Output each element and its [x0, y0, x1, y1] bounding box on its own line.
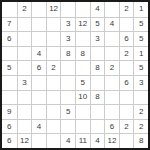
cell-r5c6-empty[interactable] — [75, 60, 90, 75]
cell-r7c1-empty[interactable] — [2, 90, 17, 105]
cell-r7c9-empty[interactable] — [119, 90, 134, 105]
cell-r10c6-clue-11: 11 — [75, 133, 90, 148]
cell-r1c5-empty[interactable] — [60, 2, 75, 17]
cell-r5c7-clue-8: 8 — [90, 60, 105, 75]
cell-r9c2-empty[interactable] — [17, 119, 32, 134]
cell-r9c4-empty[interactable] — [46, 119, 61, 134]
cell-r10c8-clue-12: 12 — [104, 133, 119, 148]
cell-r7c3-empty[interactable] — [31, 90, 46, 105]
cell-r10c3-empty[interactable] — [31, 133, 46, 148]
cell-r1c9-clue-2: 2 — [119, 2, 134, 17]
cell-r9c5-empty[interactable] — [60, 119, 75, 134]
cell-r10c5-clue-4: 4 — [60, 133, 75, 148]
cell-r10c1-clue-6: 6 — [2, 133, 17, 148]
cell-r9c1-clue-6: 6 — [2, 119, 17, 134]
cell-r1c7-clue-4: 4 — [90, 2, 105, 17]
cell-r3c7-clue-3: 3 — [90, 31, 105, 46]
cell-r1c6-empty[interactable] — [75, 2, 90, 17]
cell-r1c8-empty[interactable] — [104, 2, 119, 17]
cell-r1c4-clue-12: 12 — [46, 2, 61, 17]
cell-r4c9-clue-2: 2 — [119, 46, 134, 61]
puzzle-board: 2124217312545633654882156282535631089526… — [0, 0, 150, 150]
cell-r10c7-clue-4: 4 — [90, 133, 105, 148]
cell-r7c7-clue-8: 8 — [90, 90, 105, 105]
cell-r3c4-empty[interactable] — [46, 31, 61, 46]
cell-r10c9-empty[interactable] — [119, 133, 134, 148]
cell-r6c10-clue-3: 3 — [133, 75, 148, 90]
cell-r7c8-empty[interactable] — [104, 90, 119, 105]
cell-r2c9-empty[interactable] — [119, 17, 134, 32]
cell-r9c3-clue-4: 4 — [31, 119, 46, 134]
cell-r8c4-empty[interactable] — [46, 104, 61, 119]
cell-r6c4-empty[interactable] — [46, 75, 61, 90]
cell-r6c5-empty[interactable] — [60, 75, 75, 90]
cell-r6c9-clue-6: 6 — [119, 75, 134, 90]
cell-r6c8-empty[interactable] — [104, 75, 119, 90]
cell-r4c7-empty[interactable] — [90, 46, 105, 61]
cell-r6c7-empty[interactable] — [90, 75, 105, 90]
cell-r6c2-clue-3: 3 — [17, 75, 32, 90]
cell-r3c3-empty[interactable] — [31, 31, 46, 46]
cell-r7c2-empty[interactable] — [17, 90, 32, 105]
cell-r5c3-clue-6: 6 — [31, 60, 46, 75]
cell-r4c10-clue-1: 1 — [133, 46, 148, 61]
cell-r4c4-empty[interactable] — [46, 46, 61, 61]
cell-r7c6-clue-10: 10 — [75, 90, 90, 105]
cell-r3c5-clue-3: 3 — [60, 31, 75, 46]
cell-r8c10-clue-2: 2 — [133, 104, 148, 119]
cell-r6c6-clue-5: 5 — [75, 75, 90, 90]
cell-r2c4-empty[interactable] — [46, 17, 61, 32]
cell-r6c1-empty[interactable] — [2, 75, 17, 90]
cell-r3c6-empty[interactable] — [75, 31, 90, 46]
cell-r1c3-empty[interactable] — [31, 2, 46, 17]
cell-r10c10-clue-8: 8 — [133, 133, 148, 148]
cell-r6c3-empty[interactable] — [31, 75, 46, 90]
cell-r5c2-empty[interactable] — [17, 60, 32, 75]
cell-r4c3-clue-4: 4 — [31, 46, 46, 61]
cell-r2c2-empty[interactable] — [17, 17, 32, 32]
cell-r7c5-empty[interactable] — [60, 90, 75, 105]
cell-r9c10-clue-2: 2 — [133, 119, 148, 134]
cell-r2c7-clue-5: 5 — [90, 17, 105, 32]
cell-r2c3-empty[interactable] — [31, 17, 46, 32]
cell-r8c8-empty[interactable] — [104, 104, 119, 119]
cell-r2c1-clue-7: 7 — [2, 17, 17, 32]
cell-r8c2-empty[interactable] — [17, 104, 32, 119]
cell-r3c8-empty[interactable] — [104, 31, 119, 46]
cell-r9c7-empty[interactable] — [90, 119, 105, 134]
cell-r1c1-empty[interactable] — [2, 2, 17, 17]
cell-r8c6-empty[interactable] — [75, 104, 90, 119]
cell-r10c4-empty[interactable] — [46, 133, 61, 148]
cell-r3c9-clue-6: 6 — [119, 31, 134, 46]
cell-r2c5-clue-3: 3 — [60, 17, 75, 32]
cell-r8c3-empty[interactable] — [31, 104, 46, 119]
cell-r3c2-empty[interactable] — [17, 31, 32, 46]
cell-r4c5-clue-8: 8 — [60, 46, 75, 61]
cell-r5c9-empty[interactable] — [119, 60, 134, 75]
cell-r8c1-clue-9: 9 — [2, 104, 17, 119]
cell-r9c8-clue-6: 6 — [104, 119, 119, 134]
cell-r5c4-clue-2: 2 — [46, 60, 61, 75]
cell-r3c10-clue-5: 5 — [133, 31, 148, 46]
cell-r10c2-clue-12: 12 — [17, 133, 32, 148]
cell-r4c8-empty[interactable] — [104, 46, 119, 61]
cell-r4c2-empty[interactable] — [17, 46, 32, 61]
cell-r5c10-clue-5: 5 — [133, 60, 148, 75]
cell-r4c1-empty[interactable] — [2, 46, 17, 61]
cell-r8c5-clue-5: 5 — [60, 104, 75, 119]
cell-r8c7-empty[interactable] — [90, 104, 105, 119]
cell-r7c4-empty[interactable] — [46, 90, 61, 105]
cell-r5c8-clue-2: 2 — [104, 60, 119, 75]
cell-r7c10-empty[interactable] — [133, 90, 148, 105]
cell-r1c2-clue-2: 2 — [17, 2, 32, 17]
cell-r1c10-clue-1: 1 — [133, 2, 148, 17]
cell-r4c6-clue-8: 8 — [75, 46, 90, 61]
cell-r2c6-clue-12: 12 — [75, 17, 90, 32]
cell-r2c10-clue-5: 5 — [133, 17, 148, 32]
cell-r3c1-clue-6: 6 — [2, 31, 17, 46]
cell-r2c8-clue-4: 4 — [104, 17, 119, 32]
cell-r5c5-empty[interactable] — [60, 60, 75, 75]
cell-r8c9-empty[interactable] — [119, 104, 134, 119]
cell-r5c1-clue-5: 5 — [2, 60, 17, 75]
cell-r9c6-empty[interactable] — [75, 119, 90, 134]
cell-r9c9-clue-2: 2 — [119, 119, 134, 134]
